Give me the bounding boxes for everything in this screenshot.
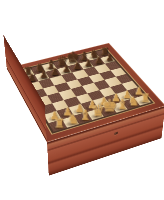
piece-white-knight: ♞ (128, 95, 139, 108)
square-f6 (83, 67, 99, 76)
piece-black-pawn: ♟ (51, 67, 60, 77)
piece-black-pawn: ♟ (106, 53, 114, 62)
piece-white-knight: ♞ (67, 113, 79, 126)
piece-black-pawn: ♟ (73, 61, 82, 71)
piece-black-pawn: ♟ (40, 70, 49, 80)
piece-white-bishop: ♝ (79, 108, 92, 122)
piece-black-pawn: ♟ (84, 59, 93, 69)
chess-case: ♜♞♝♛♚♝♞♜♟♟♟♟♟♟♟♟♟♟♟♟♟♟♟♟♜♞♝♛♚♝♞♜ (7, 43, 164, 142)
piece-white-rook: ♜ (55, 117, 66, 129)
piece-white-rook: ♜ (140, 92, 150, 104)
piece-black-pawn: ♟ (62, 64, 71, 74)
piece-white-bishop: ♝ (116, 97, 128, 111)
chess-set-product-photo: ♜♞♝♛♚♝♞♜♟♟♟♟♟♟♟♟♟♟♟♟♟♟♟♟♜♞♝♛♚♝♞♜ (0, 0, 164, 200)
piece-white-queen: ♛ (91, 103, 105, 118)
square-h4 (115, 74, 132, 84)
drawer-knob (114, 131, 118, 135)
piece-black-pawn: ♟ (95, 56, 103, 65)
